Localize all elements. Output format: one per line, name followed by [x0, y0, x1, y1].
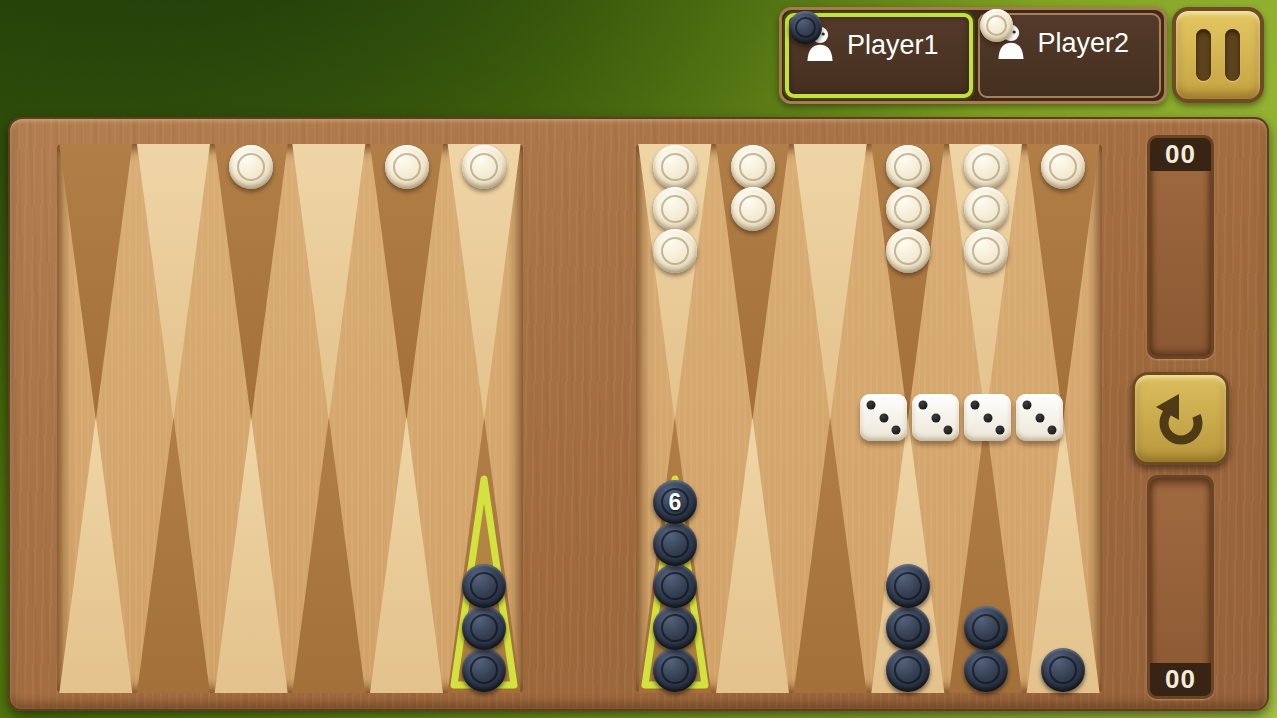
die-pip — [931, 413, 940, 422]
stack-count-badge: 6 — [653, 480, 697, 524]
die-pip — [919, 401, 928, 410]
die-4-value-3[interactable] — [1016, 394, 1063, 441]
point-8[interactable] — [368, 417, 446, 693]
checker-light[interactable] — [385, 145, 429, 189]
point-14[interactable] — [135, 144, 213, 420]
checker-stack-point-17[interactable] — [385, 145, 429, 359]
die-pip — [983, 413, 992, 422]
undo-button[interactable] — [1132, 372, 1229, 465]
checker-dark[interactable] — [653, 606, 697, 650]
checker-light[interactable] — [1041, 145, 1085, 189]
die-pip — [943, 425, 952, 434]
bearoff-count-top: 00 — [1150, 138, 1211, 171]
die-pip — [1023, 401, 1032, 410]
point-21[interactable] — [791, 144, 869, 420]
bearoff-tray-top[interactable]: 00 — [1147, 135, 1214, 359]
checker-dark[interactable] — [886, 564, 930, 608]
checker-dark[interactable] — [886, 648, 930, 692]
point-4[interactable] — [791, 417, 869, 693]
checker-stack-point-23[interactable] — [964, 145, 1008, 359]
point-12[interactable] — [57, 417, 135, 693]
checker-dark[interactable] — [462, 564, 506, 608]
player1-checker-icon — [789, 11, 822, 44]
checker-dark[interactable] — [462, 606, 506, 650]
pause-icon — [1196, 29, 1211, 81]
checker-stack-point-15[interactable] — [229, 145, 273, 359]
player1-panel: Player1 — [785, 13, 973, 98]
pause-button[interactable] — [1172, 7, 1264, 103]
point-11[interactable] — [135, 417, 213, 693]
checker-stack-point-7[interactable] — [462, 478, 506, 692]
checker-dark[interactable] — [964, 606, 1008, 650]
backgammon-board: 6 00 00 — [8, 117, 1269, 711]
checker-stack-point-18[interactable] — [462, 145, 506, 359]
undo-arrow-icon — [1149, 387, 1213, 451]
die-pip — [879, 413, 888, 422]
checker-light[interactable] — [462, 145, 506, 189]
checker-light[interactable] — [886, 187, 930, 231]
checker-stack-point-3[interactable] — [886, 478, 930, 692]
checker-light[interactable] — [731, 145, 775, 189]
die-pip — [867, 401, 876, 410]
checker-light[interactable] — [964, 145, 1008, 189]
checker-stack-point-22[interactable] — [886, 145, 930, 359]
checker-dark[interactable] — [653, 564, 697, 608]
point-13[interactable] — [57, 144, 135, 420]
checker-dark[interactable] — [462, 648, 506, 692]
checker-stack-point-2[interactable] — [964, 478, 1008, 692]
checker-light[interactable] — [653, 229, 697, 273]
die-pip — [1047, 425, 1056, 434]
checker-light[interactable] — [886, 145, 930, 189]
checker-stack-point-1[interactable] — [1041, 478, 1085, 692]
die-1-value-3[interactable] — [860, 394, 907, 441]
die-2-value-3[interactable] — [912, 394, 959, 441]
die-3-value-3[interactable] — [964, 394, 1011, 441]
player2-checker-icon — [980, 9, 1013, 42]
pause-icon — [1225, 29, 1240, 81]
bearoff-count-bottom: 00 — [1150, 663, 1211, 696]
point-10[interactable] — [212, 417, 290, 693]
die-pip — [891, 425, 900, 434]
checker-stack-point-20[interactable] — [731, 145, 775, 359]
board-right-half: 6 — [636, 144, 1102, 693]
point-9[interactable] — [290, 417, 368, 693]
checker-dark[interactable] — [886, 606, 930, 650]
game-screen: Player1 Player2 6 00 — [0, 0, 1277, 718]
checker-dark[interactable] — [653, 648, 697, 692]
die-pip — [971, 401, 980, 410]
board-left-half — [57, 144, 523, 693]
checker-dark[interactable] — [653, 522, 697, 566]
checker-dark[interactable] — [964, 648, 1008, 692]
checker-light[interactable] — [653, 145, 697, 189]
die-pip — [1035, 413, 1044, 422]
checker-light[interactable] — [229, 145, 273, 189]
die-pip — [995, 425, 1004, 434]
player-panels: Player1 Player2 — [779, 7, 1167, 104]
checker-dark[interactable]: 6 — [653, 480, 697, 524]
checker-stack-point-6[interactable]: 6 — [653, 478, 697, 692]
dice-row — [860, 394, 1063, 441]
player2-panel: Player2 — [978, 13, 1162, 98]
player1-name: Player1 — [847, 30, 939, 61]
checker-stack-point-24[interactable] — [1041, 145, 1085, 359]
checker-stack-point-19[interactable] — [653, 145, 697, 359]
point-16[interactable] — [290, 144, 368, 420]
bearoff-tray-bottom[interactable]: 00 — [1147, 475, 1214, 699]
checker-dark[interactable] — [1041, 648, 1085, 692]
player2-name: Player2 — [1038, 28, 1130, 59]
point-5[interactable] — [714, 417, 792, 693]
checker-light[interactable] — [731, 187, 775, 231]
checker-light[interactable] — [886, 229, 930, 273]
checker-light[interactable] — [653, 187, 697, 231]
checker-light[interactable] — [964, 229, 1008, 273]
checker-light[interactable] — [964, 187, 1008, 231]
